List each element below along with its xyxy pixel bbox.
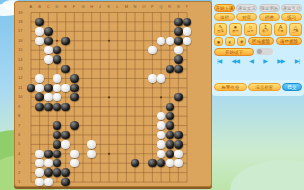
mode-button[interactable]: 练习	[281, 13, 302, 21]
toggle-knob	[257, 49, 262, 54]
white-stone-E5[interactable]	[61, 140, 69, 148]
white-stone-F4[interactable]	[70, 150, 78, 158]
tool-数字[interactable]: 1 数字	[259, 23, 272, 36]
class-button[interactable]: 开始上课	[214, 4, 235, 12]
alternate-stone-icon: ◐	[228, 39, 232, 45]
white-stone-P12[interactable]	[148, 74, 156, 82]
coordinate-label: 3	[18, 161, 20, 165]
media-control[interactable]: ▶	[263, 58, 267, 65]
coordinate-label: C	[47, 5, 50, 9]
black-stone-S6[interactable]	[174, 131, 182, 139]
trial-row: 开始试下	[214, 48, 302, 56]
white-stone-C10[interactable]	[44, 93, 52, 101]
tool-字母[interactable]: A 字母	[274, 23, 287, 36]
coordinate-label: J	[99, 5, 101, 9]
media-controls-row: |◀◀◀◀▶▶▶▶|	[213, 58, 303, 65]
coordinate-label: A	[30, 5, 33, 9]
coordinate-label: 6	[18, 133, 20, 137]
coordinate-label: G	[82, 5, 85, 9]
white-stone-B1[interactable]	[35, 178, 43, 186]
coordinate-label: M	[125, 5, 128, 9]
black-stone-button[interactable]: ●	[214, 37, 223, 46]
tool-label: 黑子	[232, 30, 238, 33]
black-stone-S16[interactable]	[174, 37, 182, 45]
tool-label: 白子	[247, 30, 253, 33]
black-stone-C2[interactable]	[44, 168, 52, 176]
coordinate-label: 13	[18, 67, 22, 71]
class-button[interactable]: 课堂互动	[281, 4, 302, 12]
coordinate-label: 15	[18, 48, 22, 52]
white-stone-R16[interactable]	[166, 37, 174, 45]
black-stone-D9[interactable]	[53, 103, 61, 111]
black-stone-F10[interactable]	[70, 93, 78, 101]
black-stone-C4[interactable]	[44, 150, 52, 158]
tool-画笔[interactable]: ✎ 画笔	[214, 23, 227, 36]
black-stone-F12[interactable]	[70, 74, 78, 82]
white-stone-S4[interactable]	[174, 150, 182, 158]
class-button[interactable]: 课堂实况	[236, 4, 257, 12]
coordinate-label: 5	[18, 142, 20, 146]
erase-button[interactable]: 区域擦除	[248, 37, 274, 45]
white-stone-H4[interactable]	[87, 150, 95, 158]
tool-三角[interactable]: △ 三角	[289, 23, 302, 36]
coordinate-label: 16	[18, 39, 22, 43]
black-stone-S10[interactable]	[174, 93, 182, 101]
white-stone-E11[interactable]	[61, 84, 69, 92]
coordinate-label: R	[168, 5, 171, 9]
white-stone-B11[interactable]	[35, 84, 43, 92]
black-stone-F7[interactable]	[70, 121, 78, 129]
white-stone-C15[interactable]	[44, 46, 52, 54]
coordinate-label: 18	[18, 20, 22, 24]
coordinate-label: 10	[18, 95, 22, 99]
coordinate-label: T	[186, 5, 188, 9]
stone-tool-row: ●◐☀区域擦除清空擦除	[214, 37, 302, 46]
mode-button[interactable]: 摆棋	[214, 13, 235, 21]
black-stone-P3[interactable]	[148, 159, 156, 167]
white-stone-B17[interactable]	[35, 27, 43, 35]
white-stone-Q12[interactable]	[157, 74, 165, 82]
black-stone-B9[interactable]	[35, 103, 43, 111]
black-stone-S17[interactable]	[174, 27, 182, 35]
coordinate-label: 4	[18, 152, 20, 156]
black-stone-R7[interactable]	[166, 121, 174, 129]
tool-白子[interactable]: ○ 白子	[244, 23, 257, 36]
tool-label: 字母	[277, 30, 283, 33]
media-control[interactable]: ▶|	[295, 58, 299, 65]
tool-label: 三角	[292, 30, 298, 33]
black-stone-C17[interactable]	[44, 27, 52, 35]
black-stone-S13[interactable]	[174, 65, 182, 73]
black-stone-S18[interactable]	[174, 18, 182, 26]
mode-button-row: 摆棋对弈棋谱练习	[214, 13, 302, 21]
class-button[interactable]: 随堂测验	[259, 4, 280, 12]
black-stone-D2[interactable]	[53, 168, 61, 176]
white-stone-B4[interactable]	[35, 150, 43, 158]
media-control[interactable]: |◀	[217, 58, 221, 65]
black-stone-D5[interactable]	[53, 140, 61, 148]
coordinate-label: Q	[160, 5, 163, 9]
white-stone-S15[interactable]	[174, 46, 182, 54]
black-stone-E9[interactable]	[61, 103, 69, 111]
erase-button[interactable]: 清空擦除	[276, 37, 302, 45]
black-stone-E16[interactable]	[61, 37, 69, 45]
trial-toggle[interactable]	[256, 48, 273, 55]
demo-shape-button[interactable]: 演示棋形	[248, 83, 281, 91]
coordinate-label: B	[38, 5, 41, 9]
black-stone-E1[interactable]	[61, 178, 69, 186]
black-stone-icon: ●	[217, 39, 221, 45]
mode-button[interactable]: 棋谱	[259, 13, 280, 21]
coordinate-label: F	[73, 5, 75, 9]
media-control[interactable]: ◀◀	[232, 58, 239, 65]
tool-黑子[interactable]: ● 黑子	[229, 23, 242, 36]
coordinate-label: 19	[18, 11, 22, 15]
app-window: ABCDEFGHJKLMNOPQRST191817161514131211109…	[0, 0, 304, 190]
coordinate-label: 2	[18, 171, 20, 175]
highlight-icon: ☀	[239, 39, 244, 45]
white-stone-Q7[interactable]	[157, 121, 165, 129]
white-stone-Q5[interactable]	[157, 140, 165, 148]
black-stone-F11[interactable]	[70, 84, 78, 92]
white-stone-C14[interactable]	[44, 55, 52, 63]
hill-decoration	[230, 160, 304, 190]
coordinate-label: 7	[18, 124, 20, 128]
coordinate-label: N	[134, 5, 137, 9]
coordinate-label: 11	[18, 86, 22, 90]
white-stone-D12[interactable]	[53, 74, 61, 82]
coordinate-label: P	[151, 5, 154, 9]
white-stone-C3[interactable]	[44, 159, 52, 167]
coordinate-label: 8	[18, 114, 20, 118]
white-stone-P15[interactable]	[148, 46, 156, 54]
black-stone-D14[interactable]	[53, 55, 61, 63]
homework-panel: 布置作业 演示棋形 提交	[212, 80, 304, 96]
media-control[interactable]: ▶▶	[277, 58, 284, 65]
black-stone-D7[interactable]	[53, 121, 61, 129]
tool-label: 画笔	[217, 30, 223, 33]
alternate-stone-button[interactable]: ◐	[225, 37, 234, 46]
white-stone-B12[interactable]	[35, 74, 43, 82]
coordinate-label: K	[108, 5, 111, 9]
media-control[interactable]: ◀	[249, 58, 253, 65]
white-stone-Q16[interactable]	[157, 37, 165, 45]
coordinate-label: 12	[18, 76, 22, 80]
white-stone-H5[interactable]	[87, 140, 95, 148]
mode-button[interactable]: 对弈	[236, 13, 257, 21]
white-stone-B16[interactable]	[35, 37, 43, 45]
coordinate-label: H	[90, 5, 93, 9]
black-stone-S5[interactable]	[174, 140, 182, 148]
white-stone-B2[interactable]	[35, 168, 43, 176]
assign-homework-button[interactable]: 布置作业	[214, 83, 247, 91]
black-stone-S14[interactable]	[174, 55, 182, 63]
highlight-button[interactable]: ☀	[237, 37, 246, 46]
white-stone-S3[interactable]	[174, 159, 182, 167]
coordinate-label: O	[142, 5, 145, 9]
black-stone-R6[interactable]	[166, 131, 174, 139]
coordinate-label: 1	[18, 180, 20, 184]
class-button-row: 开始上课课堂实况随堂测验课堂互动	[214, 4, 302, 12]
annotation-tool-row: ✎ 画笔● 黑子○ 白子1 数字A 字母△ 三角	[214, 23, 302, 36]
coordinate-label: L	[116, 5, 118, 9]
black-stone-E6[interactable]	[61, 131, 69, 139]
white-stone-T17[interactable]	[183, 27, 191, 35]
white-stone-F3[interactable]	[70, 159, 78, 167]
black-stone-R4[interactable]	[166, 150, 174, 158]
black-stone-E13[interactable]	[61, 65, 69, 73]
coordinate-label: 14	[18, 58, 22, 62]
coordinate-label: E	[64, 5, 67, 9]
black-stone-C9[interactable]	[44, 103, 52, 111]
black-stone-E2[interactable]	[61, 168, 69, 176]
black-stone-C11[interactable]	[44, 84, 52, 92]
submit-button[interactable]: 提交	[282, 83, 302, 91]
black-stone-C16[interactable]	[44, 37, 52, 45]
go-board[interactable]: ABCDEFGHJKLMNOPQRST191817161514131211109…	[14, 1, 212, 187]
white-stone-C1[interactable]	[44, 178, 52, 186]
coordinate-label: 9	[18, 105, 20, 109]
coordinate-label: S	[177, 5, 180, 9]
tool-label: 数字	[262, 30, 268, 33]
trial-move-button[interactable]: 开始试下	[214, 48, 254, 56]
black-stone-R5[interactable]	[166, 140, 174, 148]
black-stone-R9[interactable]	[166, 103, 174, 111]
black-stone-D4[interactable]	[53, 150, 61, 158]
coordinate-label: 17	[18, 29, 22, 33]
coordinate-label: D	[56, 5, 59, 9]
black-stone-R13[interactable]	[166, 65, 174, 73]
black-stone-B18[interactable]	[35, 18, 43, 26]
